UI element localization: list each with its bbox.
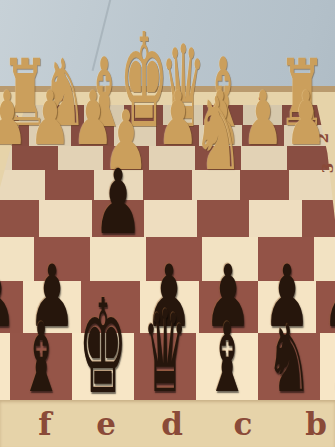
knight-glyph: ♞ <box>0 313 2 405</box>
square-f4[interactable] <box>45 170 94 200</box>
knight-glyph: ♞ <box>193 84 243 186</box>
square-a5[interactable] <box>302 200 335 237</box>
square-b5[interactable] <box>249 200 302 237</box>
piece-black-pawn-e5[interactable]: ♟ <box>118 158 198 247</box>
rank-label-right-3: 3 <box>319 163 335 173</box>
square-c5[interactable] <box>197 200 250 237</box>
piece-black-knight-g8[interactable]: ♞ <box>0 313 62 405</box>
square-g4[interactable] <box>0 170 45 200</box>
square-g5[interactable] <box>0 200 39 237</box>
pawn-glyph: ♟ <box>0 82 28 157</box>
chess-set-photo: fedcbhgfedcba1223 ♜♞♝♛♚♝♞♜♟♟♟♟♟♟♟♟♞♟♟♟♟♟… <box>0 0 335 447</box>
piece-white-knight-c3[interactable]: ♞ <box>218 84 309 186</box>
pawn-glyph: ♟ <box>93 158 143 247</box>
piece-white-pawn-h2[interactable]: ♟ <box>7 82 74 157</box>
square-f5[interactable] <box>39 200 92 237</box>
